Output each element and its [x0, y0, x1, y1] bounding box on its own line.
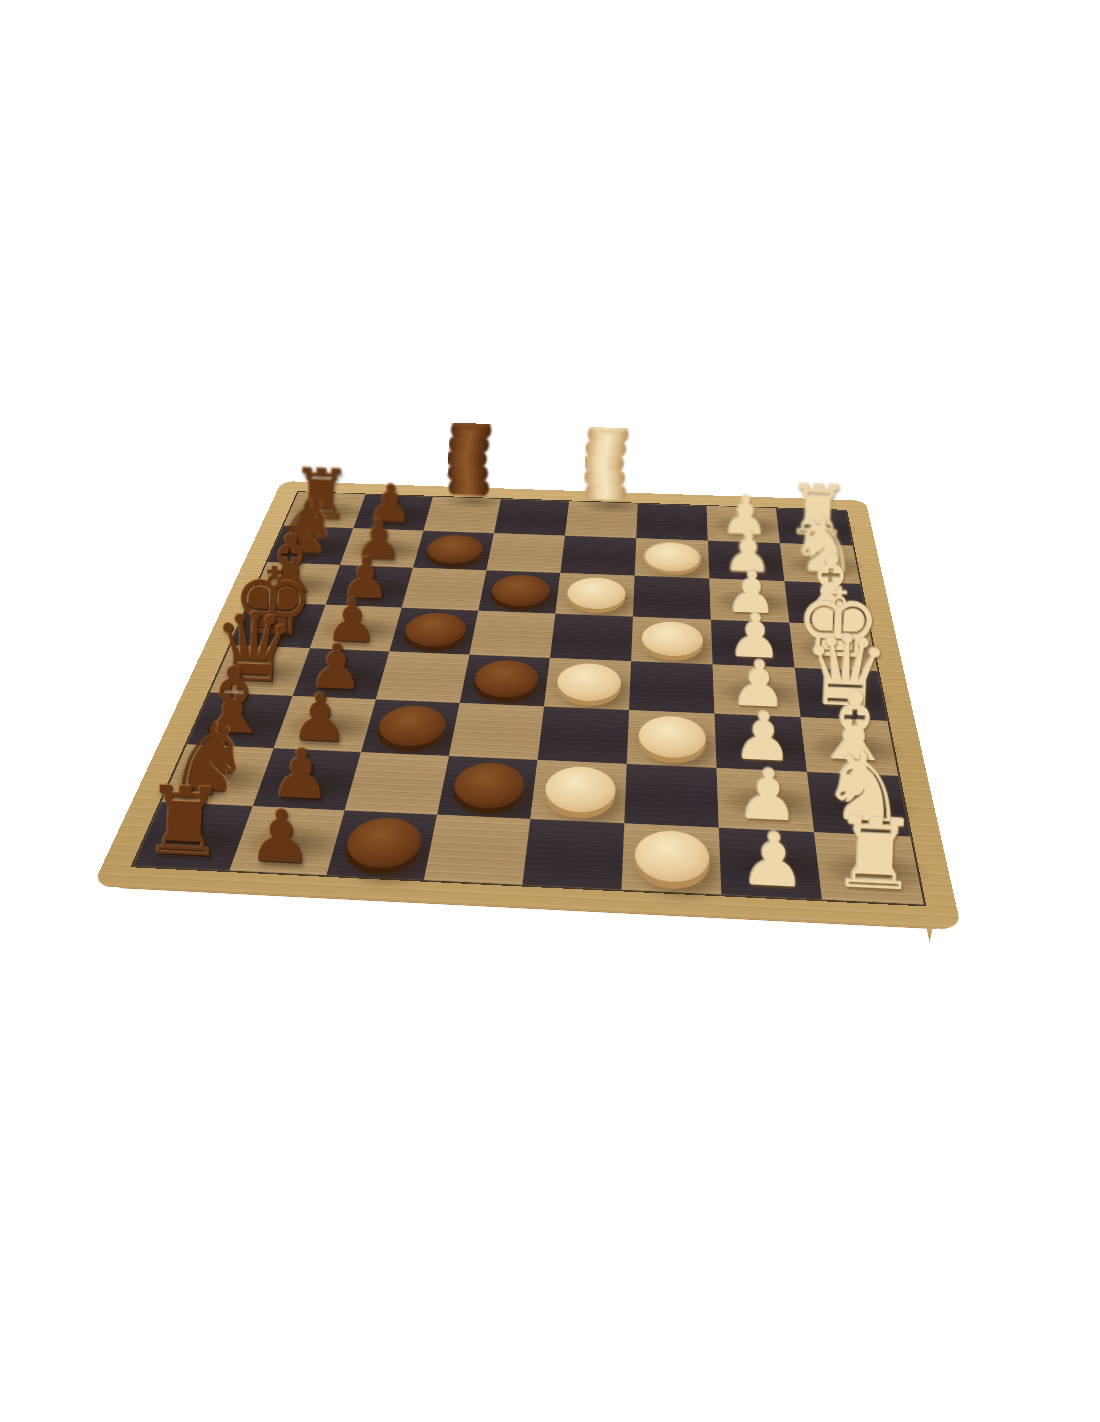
light-pawn: ♟ [738, 823, 808, 896]
chess-checkers-board: ♜♟♟♜♞♟♟♞♝♟♟♝♚♟♟♚♛♟♟♛♝♟♟♝♞♟♟♞♜♟♟♜ [93, 481, 962, 930]
square-c7 [413, 531, 494, 571]
square-e3 [538, 707, 629, 764]
square-c5 [389, 608, 478, 655]
dark-checker [401, 612, 469, 648]
square-d7 [486, 533, 564, 573]
square-e1 [522, 819, 624, 890]
square-c6 [402, 568, 487, 611]
square-f2 [624, 764, 719, 828]
dark-checker-stack-disc [446, 450, 487, 467]
dark-checker [374, 704, 449, 747]
light-checker [638, 715, 706, 759]
square-f5 [631, 617, 713, 665]
square-f6 [633, 576, 711, 620]
square-h1: ♜ [814, 832, 923, 904]
square-f3 [627, 710, 717, 768]
square-e4 [544, 658, 631, 710]
dark-checker [450, 761, 527, 809]
dark-checker-stack-disc [450, 422, 491, 439]
square-d6 [478, 570, 560, 613]
square-e7 [560, 536, 636, 576]
square-d1 [424, 815, 530, 885]
square-f7 [635, 538, 710, 578]
square-d8 [494, 499, 569, 536]
dark-checker [341, 816, 426, 869]
dark-pawn: ♟ [246, 801, 313, 873]
square-e6 [555, 573, 634, 617]
light-checker [555, 662, 621, 702]
square-c1 [326, 810, 437, 880]
square-c2 [345, 752, 449, 815]
light-checker [565, 577, 626, 610]
square-c3 [361, 699, 460, 756]
square-d3 [449, 703, 544, 760]
light-checker-stack [583, 427, 627, 506]
dark-rook: ♜ [141, 775, 227, 868]
square-d5 [469, 611, 555, 658]
light-rook: ♜ [829, 807, 920, 903]
light-checker [644, 541, 701, 572]
square-f4 [629, 661, 715, 713]
board-squares: ♜♟♟♜♞♟♟♞♝♟♟♝♚♟♟♚♛♟♟♛♝♟♟♝♞♟♟♞♜♟♟♜ [130, 491, 926, 906]
square-d4 [460, 655, 550, 707]
light-checker [641, 620, 703, 657]
dark-checker [489, 574, 552, 607]
square-f1 [621, 823, 721, 894]
light-checker-stack-disc [587, 426, 629, 443]
dark-checker-stack-disc [448, 479, 489, 496]
dark-checker-stack [446, 423, 489, 502]
square-g1: ♟ [719, 828, 822, 900]
square-b1: ♟ [230, 806, 345, 875]
light-checker-stack-disc [582, 455, 623, 472]
square-e5 [550, 614, 633, 662]
dark-checker [471, 659, 540, 698]
light-checker [634, 829, 710, 883]
dark-checker [423, 534, 485, 564]
square-c4 [376, 652, 470, 703]
product-photo: ♜♟♟♜♞♟♟♞♝♟♟♝♚♟♟♚♛♟♟♛♝♟♟♝♞♟♟♞♜♟♟♜ [0, 0, 1100, 1422]
light-checker-stack-disc [585, 484, 627, 501]
square-e2 [530, 760, 626, 823]
light-checker [542, 765, 616, 813]
square-d2 [437, 756, 537, 819]
